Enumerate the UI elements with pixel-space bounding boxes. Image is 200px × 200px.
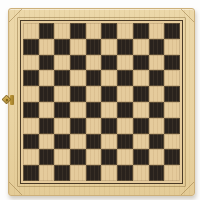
square-f6 xyxy=(101,86,117,102)
square-d10 xyxy=(70,23,86,39)
square-g6 xyxy=(117,86,133,102)
square-h9 xyxy=(133,39,149,55)
square-d9 xyxy=(70,39,86,55)
square-f3 xyxy=(101,134,117,150)
square-g4 xyxy=(117,118,133,134)
square-j2 xyxy=(164,149,180,165)
square-c8 xyxy=(54,55,70,71)
board-outline xyxy=(20,20,183,184)
square-c2 xyxy=(54,149,70,165)
square-f10 xyxy=(101,23,117,39)
wooden-game-box xyxy=(8,8,195,196)
square-c10 xyxy=(54,23,70,39)
square-g8 xyxy=(117,55,133,71)
square-c3 xyxy=(54,134,70,150)
square-b1 xyxy=(39,165,55,181)
square-a3 xyxy=(23,134,39,150)
square-f1 xyxy=(101,165,117,181)
square-e9 xyxy=(86,39,102,55)
square-b10 xyxy=(39,23,55,39)
square-e2 xyxy=(86,149,102,165)
square-b4 xyxy=(39,118,55,134)
square-g9 xyxy=(117,39,133,55)
square-g7 xyxy=(117,70,133,86)
square-i10 xyxy=(149,23,165,39)
square-d7 xyxy=(70,70,86,86)
square-e1 xyxy=(86,165,102,181)
square-h4 xyxy=(133,118,149,134)
square-e6 xyxy=(86,86,102,102)
square-a8 xyxy=(23,55,39,71)
square-j7 xyxy=(164,70,180,86)
square-a1 xyxy=(23,165,39,181)
square-c5 xyxy=(54,102,70,118)
square-d2 xyxy=(70,149,86,165)
square-i5 xyxy=(149,102,165,118)
square-h6 xyxy=(133,86,149,102)
square-f5 xyxy=(101,102,117,118)
square-e5 xyxy=(86,102,102,118)
square-a7 xyxy=(23,70,39,86)
square-j1 xyxy=(164,165,180,181)
square-j3 xyxy=(164,134,180,150)
square-c9 xyxy=(54,39,70,55)
square-b7 xyxy=(39,70,55,86)
square-b8 xyxy=(39,55,55,71)
square-c6 xyxy=(54,86,70,102)
square-h10 xyxy=(133,23,149,39)
square-e4 xyxy=(86,118,102,134)
square-i2 xyxy=(149,149,165,165)
square-i1 xyxy=(149,165,165,181)
square-c1 xyxy=(54,165,70,181)
square-a2 xyxy=(23,149,39,165)
square-f9 xyxy=(101,39,117,55)
square-i4 xyxy=(149,118,165,134)
square-i6 xyxy=(149,86,165,102)
checkers-board xyxy=(23,23,180,181)
square-f2 xyxy=(101,149,117,165)
square-i7 xyxy=(149,70,165,86)
square-d8 xyxy=(70,55,86,71)
square-j10 xyxy=(164,23,180,39)
square-f8 xyxy=(101,55,117,71)
square-j5 xyxy=(164,102,180,118)
square-g1 xyxy=(117,165,133,181)
square-h5 xyxy=(133,102,149,118)
square-a4 xyxy=(23,118,39,134)
square-i9 xyxy=(149,39,165,55)
square-a9 xyxy=(23,39,39,55)
square-h2 xyxy=(133,149,149,165)
square-d6 xyxy=(70,86,86,102)
square-g5 xyxy=(117,102,133,118)
square-d1 xyxy=(70,165,86,181)
square-c4 xyxy=(54,118,70,134)
product-photo xyxy=(0,0,200,200)
square-f4 xyxy=(101,118,117,134)
square-b6 xyxy=(39,86,55,102)
square-c7 xyxy=(54,70,70,86)
square-j8 xyxy=(164,55,180,71)
square-d3 xyxy=(70,134,86,150)
square-f7 xyxy=(101,70,117,86)
square-e8 xyxy=(86,55,102,71)
square-b2 xyxy=(39,149,55,165)
square-a5 xyxy=(23,102,39,118)
square-b5 xyxy=(39,102,55,118)
square-d5 xyxy=(70,102,86,118)
square-e3 xyxy=(86,134,102,150)
square-e10 xyxy=(86,23,102,39)
square-a10 xyxy=(23,23,39,39)
square-g3 xyxy=(117,134,133,150)
square-i8 xyxy=(149,55,165,71)
square-j6 xyxy=(164,86,180,102)
square-g10 xyxy=(117,23,133,39)
square-a6 xyxy=(23,86,39,102)
square-b9 xyxy=(39,39,55,55)
square-e7 xyxy=(86,70,102,86)
square-b3 xyxy=(39,134,55,150)
square-j4 xyxy=(164,118,180,134)
square-h3 xyxy=(133,134,149,150)
square-h1 xyxy=(133,165,149,181)
brass-clasp-icon xyxy=(2,93,14,107)
square-h8 xyxy=(133,55,149,71)
square-j9 xyxy=(164,39,180,55)
clasp-notch xyxy=(6,99,8,101)
square-g2 xyxy=(117,149,133,165)
square-h7 xyxy=(133,70,149,86)
square-i3 xyxy=(149,134,165,150)
square-d4 xyxy=(70,118,86,134)
